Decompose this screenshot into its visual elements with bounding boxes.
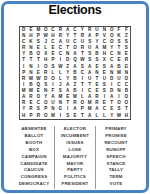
grid-cell[interactable]: R [35,113,42,119]
grid-cell[interactable]: H [123,113,130,119]
grid-cell[interactable]: S [64,113,71,119]
word-list-item: POLITICS [55,174,95,181]
word-list-item: BOOTH [14,140,54,147]
word-list-item: ABSENTEE [14,126,54,133]
word-list-item: PRIMARY [96,126,136,133]
word-search-grid-box: DEMOCRACYRUNOFFNHPWHRYTRAPVOKZCKSJCAUCUS… [19,26,131,120]
grid-cell[interactable]: P [27,113,34,119]
word-list-column-2: ELECTORINCUMBENTISSUESLOSEMAJORITYMAYORP… [54,126,95,189]
word-list-column-1: ABSENTEEBALLOTBOOTHBOXCAMPAIGNCANDIDATEC… [14,126,54,189]
grid-cell[interactable]: E [71,113,78,119]
grid-cell[interactable]: Y [108,113,115,119]
word-list-item: RUNOFF [96,147,136,154]
word-list-item: MAJORITY [55,154,95,161]
word-list-item: DEMOCRACY [14,181,54,188]
word-list-item: INCUMBENT [55,133,95,140]
grid-cell[interactable]: I [57,113,64,119]
word-list-item: VOTE [96,181,136,188]
grid-cell[interactable]: T [79,113,86,119]
word-list-item: TALLY [96,167,136,174]
word-list-item: ELECTOR [55,126,95,133]
word-list-item: CAUCUS [14,167,54,174]
word-list-item: ISSUES [55,140,95,147]
word-list-item: BALLOT [14,133,54,140]
word-list-item: PRESIDENT [55,181,95,188]
word-list-item: RECOUNT [96,140,136,147]
grid-cell[interactable]: M [49,113,56,119]
word-list: ABSENTEEBALLOTBOOTHBOXCAMPAIGNCANDIDATEC… [14,126,136,189]
word-list-item: CAMPAIGN [14,154,54,161]
word-list-item: MAYOR [55,161,95,168]
grid-cell[interactable]: W [115,113,122,119]
puzzle-title: Elections [0,3,150,17]
word-list-item: SPEECH [96,154,136,161]
word-list-item: BOX [14,147,54,154]
word-list-column-3: PRIMARYPROMISERECOUNTRUNOFFSPEECHSTANCET… [95,126,136,189]
word-list-item: PROMISE [96,133,136,140]
grid-cell[interactable]: H [20,113,27,119]
word-list-item: STANCE [96,161,136,168]
grid-cell[interactable]: A [86,113,93,119]
word-list-item: CONGRESS [14,174,54,181]
word-list-item: CANDIDATE [14,161,54,168]
word-list-item: TERM [96,174,136,181]
grid-cell[interactable]: L [93,113,100,119]
grid-cell[interactable]: O [42,113,49,119]
word-list-item: LOSE [55,147,95,154]
word-list-item: PARTY [55,167,95,174]
grid-cell[interactable]: L [101,113,108,119]
word-search-grid: DEMOCRACYRUNOFFNHPWHRYTRAPVOKZCKSJCAUCUS… [20,27,130,119]
